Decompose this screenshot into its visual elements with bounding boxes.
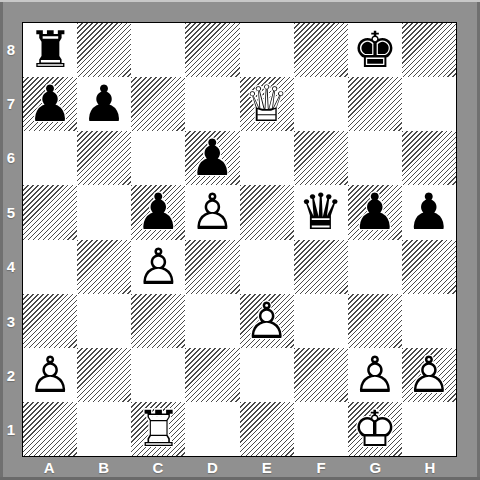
piece-white-pawn[interactable]: ♙ [352,350,397,400]
square-b1[interactable] [77,402,131,456]
rank-label-8: 8 [0,22,22,76]
piece-black-pawn[interactable]: ♟ [136,187,181,237]
rank-labels: 87654321 [0,22,22,457]
square-b7[interactable]: ♟♟ [77,77,131,131]
rank-label-1: 1 [0,403,22,457]
file-label-a: A [22,457,76,478]
piece-white-king[interactable]: ♔ [352,404,397,454]
rank-label-4: 4 [0,240,22,294]
square-f7[interactable] [294,77,348,131]
square-a8[interactable]: ♜♜ [23,23,77,77]
square-e1[interactable] [240,402,294,456]
square-h4[interactable] [402,240,456,294]
square-d5[interactable]: ♟♙ [185,185,239,239]
square-c7[interactable] [131,77,185,131]
square-c5[interactable]: ♟♟ [131,185,185,239]
file-label-b: B [76,457,130,478]
file-label-e: E [240,457,294,478]
file-label-h: H [403,457,457,478]
piece-white-pawn[interactable]: ♙ [407,350,452,400]
square-d8[interactable] [185,23,239,77]
square-f2[interactable] [294,348,348,402]
square-h8[interactable] [402,23,456,77]
square-d7[interactable] [185,77,239,131]
rank-label-2: 2 [0,348,22,402]
piece-white-rook[interactable]: ♖ [136,404,181,454]
chess-board: ♜♜♚♚♟♟♟♟♛♕♟♟♟♟♟♙♛♛♟♟♟♟♟♙♟♙♟♙♟♙♟♙♜♖♚♔ [22,22,457,457]
square-h7[interactable] [402,77,456,131]
square-d2[interactable] [185,348,239,402]
piece-black-pawn[interactable]: ♟ [82,79,127,129]
square-c1[interactable]: ♜♖ [131,402,185,456]
square-f1[interactable] [294,402,348,456]
square-d6[interactable]: ♟♟ [185,131,239,185]
file-label-g: G [348,457,402,478]
square-b8[interactable] [77,23,131,77]
square-b2[interactable] [77,348,131,402]
square-e7[interactable]: ♛♕ [240,77,294,131]
square-f8[interactable] [294,23,348,77]
square-e8[interactable] [240,23,294,77]
square-g6[interactable] [348,131,402,185]
square-b3[interactable] [77,294,131,348]
square-b5[interactable] [77,185,131,239]
piece-black-pawn[interactable]: ♟ [190,133,235,183]
square-d1[interactable] [185,402,239,456]
square-c2[interactable] [131,348,185,402]
square-f5[interactable]: ♛♛ [294,185,348,239]
rank-label-7: 7 [0,76,22,130]
square-f4[interactable] [294,240,348,294]
rank-label-6: 6 [0,131,22,185]
square-g4[interactable] [348,240,402,294]
square-g7[interactable] [348,77,402,131]
piece-black-pawn[interactable]: ♟ [28,79,73,129]
piece-black-pawn[interactable]: ♟ [352,187,397,237]
square-h3[interactable] [402,294,456,348]
square-d3[interactable] [185,294,239,348]
square-a5[interactable] [23,185,77,239]
square-a7[interactable]: ♟♟ [23,77,77,131]
square-g1[interactable]: ♚♔ [348,402,402,456]
square-b4[interactable] [77,240,131,294]
square-h6[interactable] [402,131,456,185]
square-a6[interactable] [23,131,77,185]
piece-black-rook[interactable]: ♜ [28,25,73,75]
piece-white-pawn[interactable]: ♙ [136,242,181,292]
file-label-c: C [131,457,185,478]
square-d4[interactable] [185,240,239,294]
square-g5[interactable]: ♟♟ [348,185,402,239]
square-a1[interactable] [23,402,77,456]
piece-white-pawn[interactable]: ♙ [190,187,235,237]
square-a2[interactable]: ♟♙ [23,348,77,402]
piece-black-king[interactable]: ♚ [352,25,397,75]
square-h2[interactable]: ♟♙ [402,348,456,402]
square-e5[interactable] [240,185,294,239]
rank-label-3: 3 [0,294,22,348]
square-c4[interactable]: ♟♙ [131,240,185,294]
square-e2[interactable] [240,348,294,402]
piece-white-queen[interactable]: ♕ [244,79,289,129]
square-f3[interactable] [294,294,348,348]
file-label-d: D [185,457,239,478]
square-c3[interactable] [131,294,185,348]
square-g3[interactable] [348,294,402,348]
piece-white-pawn[interactable]: ♙ [28,350,73,400]
piece-black-queen[interactable]: ♛ [298,187,343,237]
square-a3[interactable] [23,294,77,348]
square-h1[interactable] [402,402,456,456]
file-labels: ABCDEFGH [22,457,457,478]
frame-top-highlight [0,0,480,2]
square-g2[interactable]: ♟♙ [348,348,402,402]
square-a4[interactable] [23,240,77,294]
square-g8[interactable]: ♚♚ [348,23,402,77]
square-c6[interactable] [131,131,185,185]
square-e3[interactable]: ♟♙ [240,294,294,348]
square-b6[interactable] [77,131,131,185]
square-e4[interactable] [240,240,294,294]
square-e6[interactable] [240,131,294,185]
piece-black-pawn[interactable]: ♟ [407,187,452,237]
piece-white-pawn[interactable]: ♙ [244,296,289,346]
rank-label-5: 5 [0,185,22,239]
square-f6[interactable] [294,131,348,185]
square-c8[interactable] [131,23,185,77]
file-label-f: F [294,457,348,478]
square-h5[interactable]: ♟♟ [402,185,456,239]
